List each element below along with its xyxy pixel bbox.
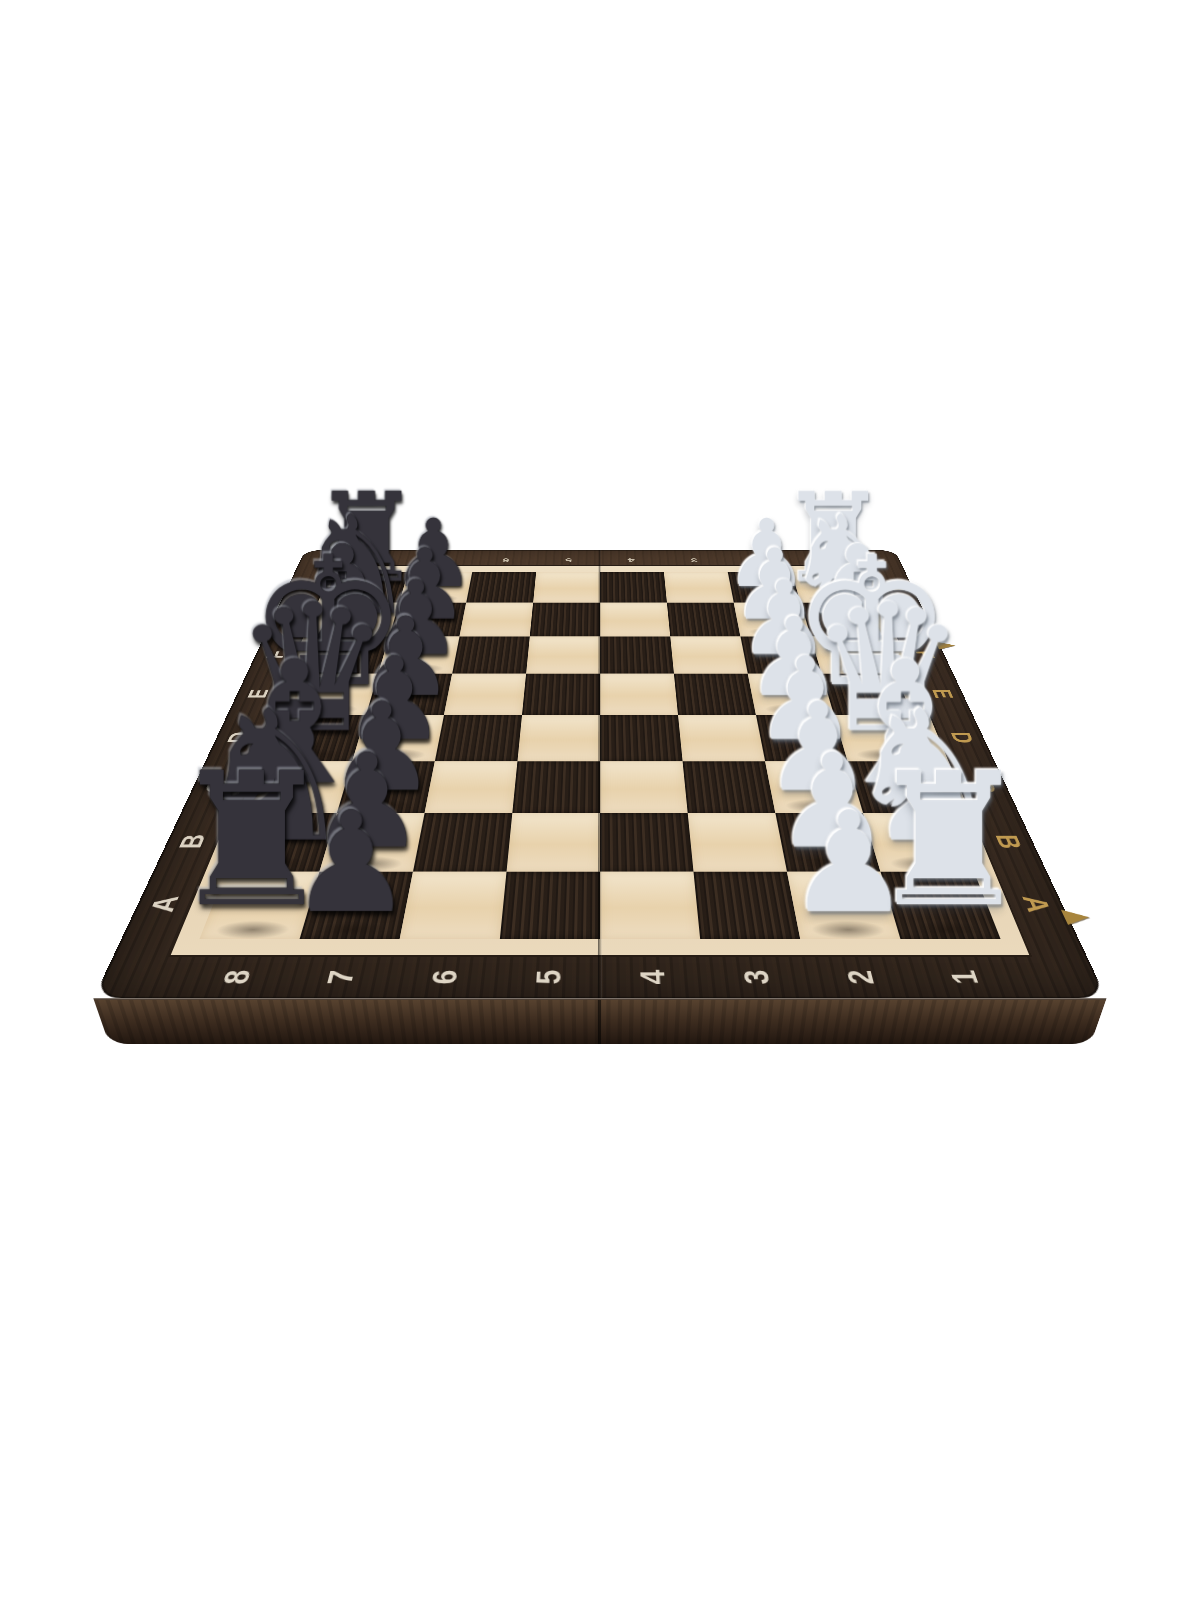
square-g5[interactable] [530,603,600,637]
piece-white-rook-a1[interactable]: ♜ [866,749,1031,933]
square-e5[interactable] [522,674,600,715]
rank-label-front-5: 5 [527,970,568,985]
square-d6[interactable] [435,715,522,761]
board-front-edge [93,998,1106,1044]
piece-black-pawn-a7[interactable]: ♟ [289,794,414,933]
square-d4[interactable] [600,715,683,761]
square-c6[interactable] [425,761,518,813]
square-f3[interactable] [670,636,748,673]
front-edge-seam [598,1000,601,1044]
square-g4[interactable] [600,603,670,637]
rank-label-back-2: 2 [752,557,761,563]
perspective-wrapper: ♜♟♟♜♞♟♟♞♝♟♟♝♚♟♟♚♛♟♟♛♝♟♟♝♞♟♟♞♜♟♟♜ HGFEDCB… [132,157,1068,1405]
square-h4[interactable] [600,572,667,603]
square-d5[interactable] [517,715,600,761]
square-c3[interactable] [683,761,776,813]
rank-label-front-4: 4 [631,970,672,985]
rank-label-back-5: 5 [565,557,572,563]
square-c4[interactable] [600,761,688,813]
square-h3[interactable] [664,572,734,603]
camera-tilt: ♜♟♟♜♞♟♟♞♝♟♟♝♚♟♟♚♛♟♟♛♝♟♟♝♞♟♟♞♜♟♟♜ HGFEDCB… [227,342,973,1088]
rank-label-front-6: 6 [423,970,466,985]
square-b5[interactable] [506,813,600,872]
square-e6[interactable] [444,674,526,715]
square-a4[interactable] [600,872,700,939]
rank-label-front-1: 1 [941,970,987,985]
brass-latch-icon [1061,910,1093,925]
square-b3[interactable] [688,813,787,872]
square-a1[interactable]: ♜ [881,872,1001,939]
rank-label-front-7: 7 [318,970,362,985]
rank-label-back-3: 3 [690,557,698,563]
product-photo-scene: ♜♟♟♜♞♟♟♞♝♟♟♝♚♟♟♚♛♟♟♛♝♟♟♝♞♟♟♞♜♟♟♜ HGFEDCB… [0,0,1200,1600]
square-c5[interactable] [512,761,600,813]
square-e4[interactable] [600,674,678,715]
square-b4[interactable] [600,813,694,872]
rank-label-front-2: 2 [838,970,882,985]
rank-label-back-6: 6 [502,557,510,563]
square-e3[interactable] [674,674,756,715]
square-b6[interactable] [413,813,512,872]
square-a3[interactable] [694,872,801,939]
square-a6[interactable] [400,872,507,939]
square-f6[interactable] [452,636,530,673]
rank-label-back-4: 4 [628,557,635,563]
square-a7[interactable]: ♟ [300,872,413,939]
chess-board: ♜♟♟♜♞♟♟♞♝♟♟♝♚♟♟♚♛♟♟♛♝♟♟♝♞♟♟♞♜♟♟♜ HGFEDCB… [93,550,1106,998]
square-f5[interactable] [526,636,600,673]
square-g3[interactable] [667,603,741,637]
square-h5[interactable] [533,572,600,603]
square-d3[interactable] [678,715,765,761]
rank-label-front-3: 3 [735,970,778,985]
square-g6[interactable] [460,603,534,637]
square-h6[interactable] [466,572,536,603]
rank-label-front-8: 8 [213,970,259,985]
square-a5[interactable] [500,872,600,939]
square-f4[interactable] [600,636,674,673]
